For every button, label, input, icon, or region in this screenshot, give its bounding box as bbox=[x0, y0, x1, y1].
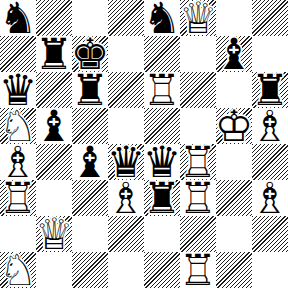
piece-halo: ♜ bbox=[180, 180, 216, 216]
square-b6[interactable] bbox=[36, 72, 72, 108]
square-d7[interactable] bbox=[108, 36, 144, 72]
piece-black-rook[interactable]: ♜♜ bbox=[36, 36, 72, 72]
piece-halo: ♚ bbox=[216, 108, 252, 144]
piece-halo: ♜ bbox=[144, 72, 180, 108]
square-g1[interactable] bbox=[216, 252, 252, 288]
piece-glyph: ♘ bbox=[0, 252, 36, 288]
square-e8[interactable]: ♞♞ bbox=[144, 0, 180, 36]
piece-glyph: ♖ bbox=[0, 180, 36, 216]
square-e2[interactable] bbox=[144, 216, 180, 252]
piece-glyph: ♛ bbox=[108, 144, 144, 180]
square-d8[interactable] bbox=[108, 0, 144, 36]
piece-halo: ♛ bbox=[180, 0, 216, 36]
square-g4[interactable] bbox=[216, 144, 252, 180]
square-f5[interactable] bbox=[180, 108, 216, 144]
piece-black-knight[interactable]: ♞♞ bbox=[0, 0, 36, 36]
square-f1[interactable]: ♜♖ bbox=[180, 252, 216, 288]
square-h2[interactable] bbox=[252, 216, 288, 252]
square-b1[interactable] bbox=[36, 252, 72, 288]
square-b4[interactable] bbox=[36, 144, 72, 180]
piece-glyph: ♗ bbox=[0, 144, 36, 180]
piece-white-knight[interactable]: ♞♘ bbox=[0, 252, 36, 288]
piece-glyph: ♞ bbox=[0, 0, 36, 36]
piece-white-rook[interactable]: ♜♖ bbox=[0, 180, 36, 216]
piece-glyph: ♝ bbox=[216, 36, 252, 72]
square-c2[interactable] bbox=[72, 216, 108, 252]
piece-halo: ♜ bbox=[36, 36, 72, 72]
piece-glyph: ♚ bbox=[72, 36, 108, 72]
square-d2[interactable] bbox=[108, 216, 144, 252]
square-c7[interactable]: ♚♚ bbox=[72, 36, 108, 72]
square-a1[interactable]: ♞♘ bbox=[0, 252, 36, 288]
square-h7[interactable] bbox=[252, 36, 288, 72]
piece-halo: ♛ bbox=[36, 216, 72, 252]
square-a2[interactable] bbox=[0, 216, 36, 252]
square-a4[interactable]: ♝♗ bbox=[0, 144, 36, 180]
square-h3[interactable]: ♝♗ bbox=[252, 180, 288, 216]
piece-halo: ♜ bbox=[0, 180, 36, 216]
piece-glyph: ♔ bbox=[216, 108, 252, 144]
square-a5[interactable]: ♞♘ bbox=[0, 108, 36, 144]
square-g3[interactable] bbox=[216, 180, 252, 216]
square-c1[interactable] bbox=[72, 252, 108, 288]
piece-halo: ♞ bbox=[144, 0, 180, 36]
piece-halo: ♝ bbox=[216, 36, 252, 72]
piece-white-rook[interactable]: ♜♖ bbox=[144, 72, 180, 108]
square-a7[interactable] bbox=[0, 36, 36, 72]
piece-halo: ♝ bbox=[72, 144, 108, 180]
square-g5[interactable]: ♚♔ bbox=[216, 108, 252, 144]
piece-glyph: ♝ bbox=[72, 144, 108, 180]
piece-white-queen[interactable]: ♛♕ bbox=[36, 216, 72, 252]
square-f6[interactable] bbox=[180, 72, 216, 108]
piece-white-bishop[interactable]: ♝♗ bbox=[252, 180, 288, 216]
square-c5[interactable] bbox=[72, 108, 108, 144]
square-e7[interactable] bbox=[144, 36, 180, 72]
square-h5[interactable]: ♝♗ bbox=[252, 108, 288, 144]
piece-glyph: ♜ bbox=[144, 180, 180, 216]
square-e6[interactable]: ♜♖ bbox=[144, 72, 180, 108]
square-h1[interactable] bbox=[252, 252, 288, 288]
square-e1[interactable] bbox=[144, 252, 180, 288]
piece-black-queen[interactable]: ♛♛ bbox=[108, 144, 144, 180]
piece-white-bishop[interactable]: ♝♗ bbox=[252, 108, 288, 144]
square-d4[interactable]: ♛♛ bbox=[108, 144, 144, 180]
piece-glyph: ♗ bbox=[108, 180, 144, 216]
piece-white-bishop[interactable]: ♝♗ bbox=[0, 144, 36, 180]
square-a6[interactable]: ♛♛ bbox=[0, 72, 36, 108]
piece-black-rook[interactable]: ♜♜ bbox=[252, 72, 288, 108]
piece-glyph: ♝ bbox=[36, 108, 72, 144]
square-c6[interactable]: ♜♜ bbox=[72, 72, 108, 108]
square-e3[interactable]: ♜♜ bbox=[144, 180, 180, 216]
piece-halo: ♜ bbox=[180, 252, 216, 288]
piece-halo: ♞ bbox=[0, 252, 36, 288]
piece-black-knight[interactable]: ♞♞ bbox=[144, 0, 180, 36]
piece-halo: ♞ bbox=[0, 0, 36, 36]
piece-halo: ♝ bbox=[252, 180, 288, 216]
square-f8[interactable]: ♛♕ bbox=[180, 0, 216, 36]
piece-glyph: ♜ bbox=[36, 36, 72, 72]
square-f7[interactable] bbox=[180, 36, 216, 72]
piece-glyph: ♜ bbox=[72, 72, 108, 108]
piece-glyph: ♛ bbox=[0, 72, 36, 108]
piece-glyph: ♗ bbox=[252, 108, 288, 144]
square-f2[interactable] bbox=[180, 216, 216, 252]
piece-white-king[interactable]: ♚♔ bbox=[216, 108, 252, 144]
piece-white-rook[interactable]: ♜♖ bbox=[180, 144, 216, 180]
piece-black-bishop[interactable]: ♝♝ bbox=[216, 36, 252, 72]
square-b5[interactable]: ♝♝ bbox=[36, 108, 72, 144]
piece-white-rook[interactable]: ♜♖ bbox=[180, 180, 216, 216]
piece-glyph: ♞ bbox=[144, 0, 180, 36]
piece-halo: ♝ bbox=[36, 108, 72, 144]
piece-halo: ♛ bbox=[0, 72, 36, 108]
square-h8[interactable] bbox=[252, 0, 288, 36]
square-a8[interactable]: ♞♞ bbox=[0, 0, 36, 36]
piece-glyph: ♗ bbox=[252, 180, 288, 216]
chess-diagram: ♞♞♞♞♛♕♜♜♚♚♝♝♛♛♜♜♜♖♜♜♞♘♝♝♚♔♝♗♝♗♝♝♛♛♛♛♜♖♜♖… bbox=[0, 0, 288, 288]
square-g6[interactable] bbox=[216, 72, 252, 108]
square-f3[interactable]: ♜♖ bbox=[180, 180, 216, 216]
piece-glyph: ♕ bbox=[180, 0, 216, 36]
square-b8[interactable] bbox=[36, 0, 72, 36]
piece-halo: ♛ bbox=[144, 144, 180, 180]
piece-halo: ♜ bbox=[144, 180, 180, 216]
square-d1[interactable] bbox=[108, 252, 144, 288]
piece-halo: ♜ bbox=[180, 144, 216, 180]
piece-black-bishop[interactable]: ♝♝ bbox=[72, 144, 108, 180]
square-g7[interactable]: ♝♝ bbox=[216, 36, 252, 72]
square-b2[interactable]: ♛♕ bbox=[36, 216, 72, 252]
square-a3[interactable]: ♜♖ bbox=[0, 180, 36, 216]
piece-black-king[interactable]: ♚♚ bbox=[72, 36, 108, 72]
piece-halo: ♜ bbox=[252, 72, 288, 108]
square-d5[interactable] bbox=[108, 108, 144, 144]
square-c8[interactable] bbox=[72, 0, 108, 36]
square-h4[interactable] bbox=[252, 144, 288, 180]
piece-black-bishop[interactable]: ♝♝ bbox=[36, 108, 72, 144]
piece-glyph: ♜ bbox=[252, 72, 288, 108]
piece-glyph: ♖ bbox=[180, 252, 216, 288]
piece-white-bishop[interactable]: ♝♗ bbox=[108, 180, 144, 216]
piece-black-queen[interactable]: ♛♛ bbox=[144, 144, 180, 180]
piece-halo: ♝ bbox=[108, 180, 144, 216]
piece-halo: ♝ bbox=[252, 108, 288, 144]
piece-halo: ♞ bbox=[0, 108, 36, 144]
square-d3[interactable]: ♝♗ bbox=[108, 180, 144, 216]
square-b7[interactable]: ♜♜ bbox=[36, 36, 72, 72]
piece-white-queen[interactable]: ♛♕ bbox=[180, 0, 216, 36]
piece-glyph: ♕ bbox=[36, 216, 72, 252]
square-g8[interactable] bbox=[216, 0, 252, 36]
square-d6[interactable] bbox=[108, 72, 144, 108]
piece-black-queen[interactable]: ♛♛ bbox=[0, 72, 36, 108]
square-e4[interactable]: ♛♛ bbox=[144, 144, 180, 180]
square-b3[interactable] bbox=[36, 180, 72, 216]
piece-glyph: ♛ bbox=[144, 144, 180, 180]
piece-glyph: ♖ bbox=[144, 72, 180, 108]
piece-black-rook[interactable]: ♜♜ bbox=[72, 72, 108, 108]
piece-halo: ♛ bbox=[108, 144, 144, 180]
chess-board: ♞♞♞♞♛♕♜♜♚♚♝♝♛♛♜♜♜♖♜♜♞♘♝♝♚♔♝♗♝♗♝♝♛♛♛♛♜♖♜♖… bbox=[0, 0, 288, 288]
piece-glyph: ♘ bbox=[0, 108, 36, 144]
square-e5[interactable] bbox=[144, 108, 180, 144]
square-h6[interactable]: ♜♜ bbox=[252, 72, 288, 108]
piece-white-knight[interactable]: ♞♘ bbox=[0, 108, 36, 144]
piece-glyph: ♖ bbox=[180, 144, 216, 180]
piece-glyph: ♖ bbox=[180, 180, 216, 216]
piece-halo: ♚ bbox=[72, 36, 108, 72]
square-c4[interactable]: ♝♝ bbox=[72, 144, 108, 180]
piece-halo: ♝ bbox=[0, 144, 36, 180]
square-g2[interactable] bbox=[216, 216, 252, 252]
square-f4[interactable]: ♜♖ bbox=[180, 144, 216, 180]
piece-white-rook[interactable]: ♜♖ bbox=[180, 252, 216, 288]
square-c3[interactable] bbox=[72, 180, 108, 216]
piece-black-rook[interactable]: ♜♜ bbox=[144, 180, 180, 216]
piece-halo: ♜ bbox=[72, 72, 108, 108]
